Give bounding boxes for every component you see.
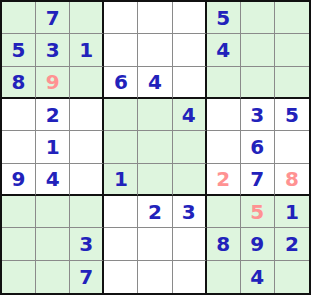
- sudoku-cell-r5c1[interactable]: [2, 131, 36, 163]
- sudoku-cell-r9c9[interactable]: [275, 261, 309, 293]
- sudoku-cell-r3c6[interactable]: [173, 67, 207, 99]
- sudoku-cell-r2c3[interactable]: 1: [70, 34, 104, 66]
- sudoku-board: 75531489642435169412782351389274: [0, 0, 311, 295]
- sudoku-cell-r6c1[interactable]: 9: [2, 164, 36, 196]
- sudoku-cell-r4c3[interactable]: [70, 99, 104, 131]
- sudoku-cell-r4c6[interactable]: 4: [173, 99, 207, 131]
- sudoku-cell-r2c4[interactable]: [104, 34, 138, 66]
- sudoku-cell-r8c3[interactable]: 3: [70, 228, 104, 260]
- sudoku-cell-r8c9[interactable]: 2: [275, 228, 309, 260]
- sudoku-cell-r5c9[interactable]: [275, 131, 309, 163]
- sudoku-cell-r7c7[interactable]: [207, 196, 241, 228]
- sudoku-cell-r9c3[interactable]: 7: [70, 261, 104, 293]
- sudoku-cell-r2c6[interactable]: [173, 34, 207, 66]
- sudoku-cell-r8c7[interactable]: 8: [207, 228, 241, 260]
- sudoku-cell-r1c1[interactable]: [2, 2, 36, 34]
- sudoku-cell-r7c8[interactable]: 5: [241, 196, 275, 228]
- sudoku-cell-r3c9[interactable]: [275, 67, 309, 99]
- sudoku-cell-r3c1[interactable]: 8: [2, 67, 36, 99]
- sudoku-cell-r1c3[interactable]: [70, 2, 104, 34]
- sudoku-cell-r1c4[interactable]: [104, 2, 138, 34]
- sudoku-cell-r4c7[interactable]: [207, 99, 241, 131]
- sudoku-cell-r1c2[interactable]: 7: [36, 2, 70, 34]
- sudoku-cell-r5c4[interactable]: [104, 131, 138, 163]
- sudoku-cell-r6c6[interactable]: [173, 164, 207, 196]
- sudoku-cell-r7c4[interactable]: [104, 196, 138, 228]
- sudoku-cell-r4c2[interactable]: 2: [36, 99, 70, 131]
- sudoku-cell-r9c7[interactable]: [207, 261, 241, 293]
- sudoku-cell-r1c9[interactable]: [275, 2, 309, 34]
- sudoku-cell-r8c5[interactable]: [138, 228, 172, 260]
- sudoku-cell-r1c5[interactable]: [138, 2, 172, 34]
- sudoku-cell-r2c9[interactable]: [275, 34, 309, 66]
- sudoku-cell-r5c6[interactable]: [173, 131, 207, 163]
- sudoku-cell-r3c5[interactable]: 4: [138, 67, 172, 99]
- sudoku-cell-r6c9[interactable]: 8: [275, 164, 309, 196]
- sudoku-cell-r6c8[interactable]: 7: [241, 164, 275, 196]
- sudoku-cell-r7c9[interactable]: 1: [275, 196, 309, 228]
- sudoku-cell-r1c8[interactable]: [241, 2, 275, 34]
- sudoku-cell-r5c3[interactable]: [70, 131, 104, 163]
- sudoku-cell-r5c8[interactable]: 6: [241, 131, 275, 163]
- sudoku-cell-r7c3[interactable]: [70, 196, 104, 228]
- sudoku-cell-r1c6[interactable]: [173, 2, 207, 34]
- sudoku-cell-r8c2[interactable]: [36, 228, 70, 260]
- sudoku-cell-r9c4[interactable]: [104, 261, 138, 293]
- sudoku-cell-r9c1[interactable]: [2, 261, 36, 293]
- sudoku-cell-r2c2[interactable]: 3: [36, 34, 70, 66]
- sudoku-cell-r6c3[interactable]: [70, 164, 104, 196]
- sudoku-cell-r8c1[interactable]: [2, 228, 36, 260]
- sudoku-cell-r5c5[interactable]: [138, 131, 172, 163]
- sudoku-cell-r3c4[interactable]: 6: [104, 67, 138, 99]
- sudoku-cell-r6c5[interactable]: [138, 164, 172, 196]
- sudoku-cell-r1c7[interactable]: 5: [207, 2, 241, 34]
- sudoku-cell-r9c6[interactable]: [173, 261, 207, 293]
- sudoku-cell-r9c8[interactable]: 4: [241, 261, 275, 293]
- sudoku-cell-r7c6[interactable]: 3: [173, 196, 207, 228]
- sudoku-cell-r4c5[interactable]: [138, 99, 172, 131]
- sudoku-cell-r3c7[interactable]: [207, 67, 241, 99]
- sudoku-cell-r7c2[interactable]: [36, 196, 70, 228]
- sudoku-cell-r2c7[interactable]: 4: [207, 34, 241, 66]
- sudoku-cell-r4c1[interactable]: [2, 99, 36, 131]
- sudoku-cell-r2c1[interactable]: 5: [2, 34, 36, 66]
- sudoku-cell-r6c7[interactable]: 2: [207, 164, 241, 196]
- sudoku-cell-r3c8[interactable]: [241, 67, 275, 99]
- sudoku-cell-r8c8[interactable]: 9: [241, 228, 275, 260]
- sudoku-cell-r4c8[interactable]: 3: [241, 99, 275, 131]
- sudoku-cell-r5c2[interactable]: 1: [36, 131, 70, 163]
- sudoku-cell-r4c4[interactable]: [104, 99, 138, 131]
- sudoku-cell-r2c8[interactable]: [241, 34, 275, 66]
- sudoku-cell-r8c6[interactable]: [173, 228, 207, 260]
- sudoku-cell-r6c2[interactable]: 4: [36, 164, 70, 196]
- sudoku-cell-r4c9[interactable]: 5: [275, 99, 309, 131]
- sudoku-cell-r6c4[interactable]: 1: [104, 164, 138, 196]
- sudoku-cell-r9c5[interactable]: [138, 261, 172, 293]
- sudoku-cell-r7c1[interactable]: [2, 196, 36, 228]
- sudoku-cell-r2c5[interactable]: [138, 34, 172, 66]
- sudoku-cell-r8c4[interactable]: [104, 228, 138, 260]
- sudoku-cell-r3c2[interactable]: 9: [36, 67, 70, 99]
- sudoku-cell-r9c2[interactable]: [36, 261, 70, 293]
- sudoku-cell-r3c3[interactable]: [70, 67, 104, 99]
- sudoku-cell-r5c7[interactable]: [207, 131, 241, 163]
- sudoku-cell-r7c5[interactable]: 2: [138, 196, 172, 228]
